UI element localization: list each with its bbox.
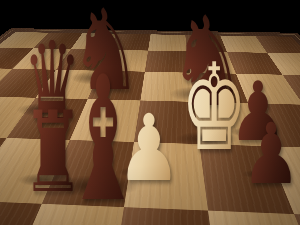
piece-white-king-f5[interactable]: ♚ [181, 48, 248, 168]
piece-black-bishop-d4[interactable]: ♝ [63, 54, 143, 225]
pieces-layer: ♞♞♛♟♚♟♟♜♝ [0, 0, 300, 225]
piece-black-pawn-g4[interactable]: ♟ [242, 112, 300, 196]
chess-scene: ♞♞♛♟♚♟♟♜♝ [0, 0, 300, 225]
